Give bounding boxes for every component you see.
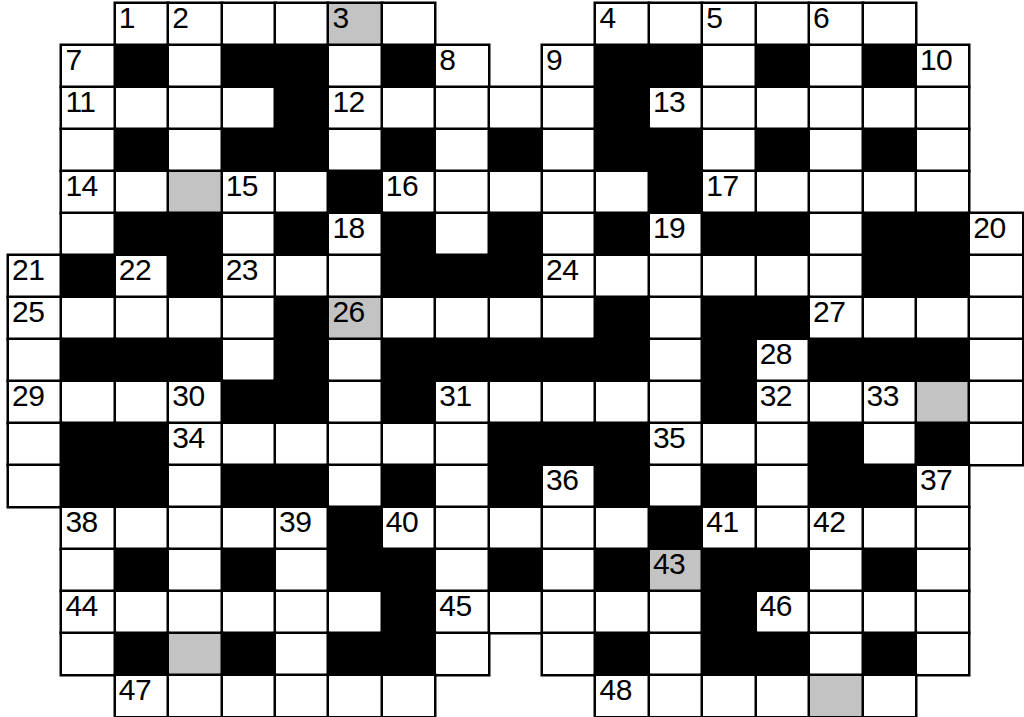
block-cell [863, 213, 916, 255]
answer-cell[interactable]: 22 [115, 255, 168, 297]
answer-cell[interactable] [702, 45, 755, 87]
answer-cell[interactable] [489, 297, 542, 339]
answer-cell[interactable]: 45 [435, 591, 488, 633]
answer-cell[interactable] [809, 591, 862, 633]
block-cell [649, 129, 702, 171]
clue-number: 22 [119, 256, 151, 284]
clue-number: 27 [813, 298, 845, 326]
answer-cell[interactable] [809, 87, 862, 129]
clue-number: 13 [653, 88, 685, 116]
answer-cell[interactable] [595, 381, 648, 423]
answer-cell[interactable]: 25 [8, 297, 61, 339]
block-cell [222, 45, 275, 87]
block-cell [702, 465, 755, 507]
answer-cell[interactable] [542, 633, 595, 675]
answer-cell[interactable] [542, 129, 595, 171]
answer-cell[interactable] [649, 633, 702, 675]
answer-cell[interactable] [275, 423, 328, 465]
answer-cell[interactable] [222, 591, 275, 633]
clue-number: 24 [546, 256, 578, 284]
answer-cell[interactable] [275, 591, 328, 633]
answer-cell[interactable] [328, 423, 381, 465]
answer-cell[interactable] [382, 297, 435, 339]
answer-cell[interactable]: 33 [863, 381, 916, 423]
block-cell [863, 45, 916, 87]
answer-cell[interactable] [168, 549, 221, 591]
answer-cell[interactable] [969, 381, 1022, 423]
clue-number: 31 [439, 382, 471, 410]
answer-cell[interactable] [168, 297, 221, 339]
answer-cell[interactable] [916, 591, 969, 633]
answer-cell[interactable] [649, 381, 702, 423]
shaded-answer-cell[interactable] [809, 675, 862, 717]
clue-number: 10 [920, 46, 952, 74]
answer-cell[interactable]: 15 [222, 171, 275, 213]
clue-number: 8 [439, 46, 455, 74]
clue-number: 42 [813, 508, 845, 536]
answer-cell[interactable] [61, 297, 114, 339]
answer-cell[interactable] [702, 423, 755, 465]
answer-cell[interactable] [115, 381, 168, 423]
block-cell [61, 423, 114, 465]
block-cell [542, 339, 595, 381]
clue-number: 16 [386, 172, 418, 200]
clue-number: 40 [386, 508, 418, 536]
answer-cell[interactable]: 8 [435, 45, 488, 87]
answer-cell[interactable] [435, 129, 488, 171]
answer-cell[interactable] [809, 213, 862, 255]
answer-cell[interactable] [382, 3, 435, 45]
answer-cell[interactable] [8, 423, 61, 465]
answer-cell[interactable] [328, 339, 381, 381]
block-cell [435, 339, 488, 381]
answer-cell[interactable]: 12 [328, 87, 381, 129]
block-cell [702, 381, 755, 423]
answer-cell[interactable] [916, 171, 969, 213]
answer-cell[interactable]: 2 [168, 3, 221, 45]
answer-cell[interactable] [435, 171, 488, 213]
block-cell [275, 465, 328, 507]
block-cell [489, 129, 542, 171]
answer-cell[interactable]: 30 [168, 381, 221, 423]
block-cell [756, 129, 809, 171]
answer-cell[interactable] [916, 129, 969, 171]
answer-cell[interactable] [649, 591, 702, 633]
answer-cell[interactable] [702, 87, 755, 129]
block-cell [595, 423, 648, 465]
answer-cell[interactable] [916, 549, 969, 591]
clue-number: 5 [706, 4, 722, 32]
block-cell [222, 465, 275, 507]
block-cell [115, 339, 168, 381]
answer-cell[interactable]: 9 [542, 45, 595, 87]
block-cell [702, 549, 755, 591]
answer-cell[interactable] [115, 171, 168, 213]
answer-cell[interactable] [649, 339, 702, 381]
answer-cell[interactable] [435, 423, 488, 465]
block-cell [916, 423, 969, 465]
block-cell [649, 171, 702, 213]
shaded-answer-cell[interactable] [168, 633, 221, 675]
clue-number: 4 [599, 4, 615, 32]
answer-cell[interactable]: 41 [702, 507, 755, 549]
answer-cell[interactable] [542, 171, 595, 213]
answer-cell[interactable]: 31 [435, 381, 488, 423]
answer-cell[interactable]: 47 [115, 675, 168, 717]
answer-cell[interactable] [756, 255, 809, 297]
block-cell [222, 381, 275, 423]
answer-cell[interactable] [595, 591, 648, 633]
block-cell [382, 45, 435, 87]
clue-number: 15 [226, 172, 258, 200]
shaded-answer-cell[interactable] [168, 171, 221, 213]
answer-cell[interactable] [435, 465, 488, 507]
answer-cell[interactable] [222, 339, 275, 381]
answer-cell[interactable] [649, 3, 702, 45]
answer-cell[interactable] [969, 297, 1022, 339]
block-cell [328, 549, 381, 591]
block-cell [382, 381, 435, 423]
answer-cell[interactable] [809, 45, 862, 87]
answer-cell[interactable] [115, 87, 168, 129]
block-cell [595, 213, 648, 255]
answer-cell[interactable] [595, 507, 648, 549]
answer-cell[interactable] [542, 87, 595, 129]
answer-cell[interactable] [435, 297, 488, 339]
answer-cell[interactable] [489, 381, 542, 423]
block-cell [863, 465, 916, 507]
answer-cell[interactable] [168, 45, 221, 87]
block-cell [595, 339, 648, 381]
answer-cell[interactable] [542, 591, 595, 633]
answer-cell[interactable] [168, 591, 221, 633]
answer-cell[interactable] [969, 339, 1022, 381]
block-cell [61, 465, 114, 507]
block-cell [702, 213, 755, 255]
block-cell [916, 213, 969, 255]
shaded-answer-cell[interactable] [916, 381, 969, 423]
answer-cell[interactable] [649, 675, 702, 717]
block-cell [756, 549, 809, 591]
clue-number: 1 [119, 4, 135, 32]
clue-number: 44 [65, 592, 97, 620]
answer-cell[interactable] [435, 87, 488, 129]
answer-cell[interactable] [61, 213, 114, 255]
block-cell [702, 633, 755, 675]
block-cell [489, 549, 542, 591]
answer-cell[interactable]: 34 [168, 423, 221, 465]
answer-cell[interactable] [168, 87, 221, 129]
block-cell [275, 339, 328, 381]
block-cell [595, 129, 648, 171]
answer-cell[interactable]: 44 [61, 591, 114, 633]
block-cell [115, 213, 168, 255]
answer-cell[interactable] [809, 381, 862, 423]
block-cell [382, 339, 435, 381]
clue-number: 6 [813, 4, 829, 32]
answer-cell[interactable] [809, 255, 862, 297]
answer-cell[interactable] [702, 255, 755, 297]
answer-cell[interactable]: 11 [61, 87, 114, 129]
answer-cell[interactable]: 29 [8, 381, 61, 423]
answer-cell[interactable] [61, 129, 114, 171]
answer-cell[interactable] [328, 465, 381, 507]
answer-cell[interactable] [168, 507, 221, 549]
answer-cell[interactable]: 18 [328, 213, 381, 255]
answer-cell[interactable] [435, 633, 488, 675]
block-cell [435, 255, 488, 297]
answer-cell[interactable] [222, 675, 275, 717]
block-cell [916, 339, 969, 381]
block-cell [382, 255, 435, 297]
answer-cell[interactable] [168, 675, 221, 717]
answer-cell[interactable]: 42 [809, 507, 862, 549]
answer-cell[interactable]: 17 [702, 171, 755, 213]
clue-number: 19 [653, 214, 685, 242]
clue-number: 47 [119, 676, 151, 704]
answer-cell[interactable] [222, 87, 275, 129]
block-cell [382, 129, 435, 171]
clue-number: 39 [279, 508, 311, 536]
answer-cell[interactable] [756, 675, 809, 717]
answer-cell[interactable] [489, 591, 542, 633]
answer-cell[interactable] [756, 87, 809, 129]
block-cell [115, 129, 168, 171]
shaded-answer-cell[interactable]: 3 [328, 3, 381, 45]
answer-cell[interactable] [809, 171, 862, 213]
answer-cell[interactable] [489, 507, 542, 549]
answer-cell[interactable] [489, 87, 542, 129]
block-cell [649, 45, 702, 87]
answer-cell[interactable]: 24 [542, 255, 595, 297]
answer-cell[interactable] [649, 297, 702, 339]
clue-number: 23 [226, 256, 258, 284]
block-cell [595, 549, 648, 591]
answer-cell[interactable] [863, 87, 916, 129]
answer-cell[interactable] [61, 381, 114, 423]
answer-cell[interactable] [489, 171, 542, 213]
answer-cell[interactable]: 32 [756, 381, 809, 423]
answer-cell[interactable] [382, 423, 435, 465]
answer-cell[interactable] [328, 675, 381, 717]
answer-cell[interactable] [863, 3, 916, 45]
answer-cell[interactable] [649, 465, 702, 507]
clue-number: 3 [332, 4, 348, 32]
answer-cell[interactable]: 14 [61, 171, 114, 213]
block-cell [275, 87, 328, 129]
block-cell [382, 591, 435, 633]
answer-cell[interactable]: 27 [809, 297, 862, 339]
block-cell [275, 129, 328, 171]
answer-cell[interactable]: 19 [649, 213, 702, 255]
block-cell [382, 549, 435, 591]
answer-cell[interactable]: 37 [916, 465, 969, 507]
block-cell [756, 213, 809, 255]
answer-cell[interactable]: 39 [275, 507, 328, 549]
clue-number: 28 [760, 340, 792, 368]
answer-cell[interactable] [222, 213, 275, 255]
answer-cell[interactable]: 48 [595, 675, 648, 717]
answer-cell[interactable] [969, 255, 1022, 297]
clue-number: 46 [760, 592, 792, 620]
answer-cell[interactable] [756, 423, 809, 465]
answer-cell[interactable] [222, 423, 275, 465]
answer-cell[interactable] [382, 675, 435, 717]
answer-cell[interactable] [222, 297, 275, 339]
answer-cell[interactable] [863, 507, 916, 549]
clue-number: 18 [332, 214, 364, 242]
clue-number: 14 [65, 172, 97, 200]
answer-cell[interactable] [542, 507, 595, 549]
answer-cell[interactable] [275, 633, 328, 675]
block-cell [863, 255, 916, 297]
answer-cell[interactable]: 28 [756, 339, 809, 381]
answer-cell[interactable]: 16 [382, 171, 435, 213]
block-cell [382, 213, 435, 255]
block-cell [756, 633, 809, 675]
answer-cell[interactable] [435, 549, 488, 591]
answer-cell[interactable]: 40 [382, 507, 435, 549]
answer-cell[interactable] [61, 549, 114, 591]
block-cell [756, 297, 809, 339]
answer-cell[interactable] [61, 633, 114, 675]
clue-number: 12 [332, 88, 364, 116]
answer-cell[interactable] [863, 591, 916, 633]
answer-cell[interactable] [222, 507, 275, 549]
answer-cell[interactable] [756, 171, 809, 213]
answer-cell[interactable] [702, 675, 755, 717]
answer-cell[interactable] [275, 255, 328, 297]
answer-cell[interactable]: 38 [61, 507, 114, 549]
block-cell [115, 45, 168, 87]
answer-cell[interactable] [542, 213, 595, 255]
clue-number: 7 [65, 46, 81, 74]
block-cell [595, 297, 648, 339]
answer-cell[interactable]: 10 [916, 45, 969, 87]
block-cell [61, 339, 114, 381]
answer-cell[interactable] [8, 465, 61, 507]
answer-cell[interactable] [809, 633, 862, 675]
answer-cell[interactable] [275, 171, 328, 213]
answer-cell[interactable] [809, 129, 862, 171]
answer-cell[interactable] [595, 171, 648, 213]
answer-cell[interactable] [328, 45, 381, 87]
shaded-answer-cell[interactable]: 43 [649, 549, 702, 591]
answer-cell[interactable] [756, 3, 809, 45]
answer-cell[interactable] [115, 507, 168, 549]
answer-cell[interactable] [275, 675, 328, 717]
answer-cell[interactable]: 23 [222, 255, 275, 297]
block-cell [275, 381, 328, 423]
answer-cell[interactable] [916, 297, 969, 339]
clue-number: 29 [12, 382, 44, 410]
answer-cell[interactable] [809, 549, 862, 591]
shaded-answer-cell[interactable]: 26 [328, 297, 381, 339]
answer-cell[interactable] [863, 297, 916, 339]
answer-cell[interactable] [115, 591, 168, 633]
clue-number: 25 [12, 298, 44, 326]
answer-cell[interactable] [168, 465, 221, 507]
clue-number: 2 [172, 4, 188, 32]
clue-number: 34 [172, 424, 204, 452]
answer-cell[interactable] [328, 591, 381, 633]
block-cell [595, 465, 648, 507]
answer-cell[interactable] [702, 129, 755, 171]
answer-cell[interactable] [863, 171, 916, 213]
block-cell [168, 213, 221, 255]
answer-cell[interactable] [542, 297, 595, 339]
clue-number: 43 [653, 550, 685, 578]
answer-cell[interactable] [863, 423, 916, 465]
answer-cell[interactable] [969, 423, 1022, 465]
answer-cell[interactable] [435, 213, 488, 255]
answer-cell[interactable]: 1 [115, 3, 168, 45]
answer-cell[interactable] [435, 507, 488, 549]
block-cell [916, 255, 969, 297]
answer-cell[interactable]: 5 [702, 3, 755, 45]
answer-cell[interactable]: 20 [969, 213, 1022, 255]
answer-cell[interactable] [275, 3, 328, 45]
answer-cell[interactable] [756, 465, 809, 507]
block-cell [489, 465, 542, 507]
answer-cell[interactable]: 46 [756, 591, 809, 633]
block-cell [115, 633, 168, 675]
answer-cell[interactable] [328, 255, 381, 297]
answer-cell[interactable]: 36 [542, 465, 595, 507]
block-cell [168, 339, 221, 381]
answer-cell[interactable] [916, 633, 969, 675]
clue-number: 38 [65, 508, 97, 536]
answer-cell[interactable]: 21 [8, 255, 61, 297]
answer-cell[interactable] [8, 339, 61, 381]
clue-number: 32 [760, 382, 792, 410]
block-cell [756, 45, 809, 87]
block-cell [115, 465, 168, 507]
answer-cell[interactable]: 4 [595, 3, 648, 45]
answer-cell[interactable]: 6 [809, 3, 862, 45]
answer-cell[interactable]: 7 [61, 45, 114, 87]
clue-number: 36 [546, 466, 578, 494]
answer-cell[interactable] [649, 255, 702, 297]
answer-cell[interactable] [222, 3, 275, 45]
answer-cell[interactable] [542, 549, 595, 591]
block-cell [649, 507, 702, 549]
answer-cell[interactable] [115, 297, 168, 339]
clue-number: 33 [867, 382, 899, 410]
clue-number: 17 [706, 172, 738, 200]
answer-cell[interactable] [756, 507, 809, 549]
clue-number: 11 [65, 88, 95, 116]
answer-cell[interactable] [916, 507, 969, 549]
block-cell [222, 129, 275, 171]
answer-cell[interactable] [382, 87, 435, 129]
block-cell [863, 339, 916, 381]
block-cell [489, 423, 542, 465]
answer-cell[interactable] [863, 675, 916, 717]
answer-cell[interactable]: 13 [649, 87, 702, 129]
answer-cell[interactable] [275, 549, 328, 591]
answer-cell[interactable] [542, 381, 595, 423]
answer-cell[interactable] [168, 129, 221, 171]
clue-number: 41 [706, 508, 738, 536]
answer-cell[interactable] [595, 255, 648, 297]
answer-cell[interactable] [328, 129, 381, 171]
clue-number: 20 [973, 214, 1005, 242]
block-cell [115, 423, 168, 465]
answer-cell[interactable] [328, 381, 381, 423]
answer-cell[interactable]: 35 [649, 423, 702, 465]
answer-cell[interactable] [916, 87, 969, 129]
